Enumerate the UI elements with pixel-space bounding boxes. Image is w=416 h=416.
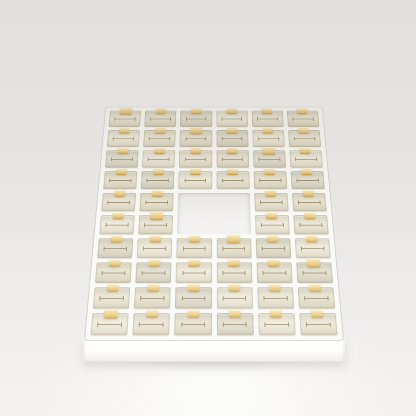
ring-groove [293,117,314,120]
ring-slot-pad [257,287,294,308]
ring-groove [185,137,206,140]
empty-slot [177,193,250,234]
ring-slot-pad [299,313,337,335]
ring-groove [107,201,130,205]
ring-groove [147,179,169,183]
ring-slot-pad [103,171,137,189]
ring-slot-pad [216,130,248,147]
ring-groove [146,201,168,205]
gold-clip [187,310,199,318]
ring-slot-pad [138,215,173,234]
gold-clip [229,310,241,318]
ring-groove [262,271,286,275]
gold-clip [188,284,200,292]
ring-slot-pad [180,111,212,127]
ring-groove [304,296,328,300]
gold-clip [303,190,314,197]
ring-slot-pad [107,130,140,147]
ring-slot-pad [296,262,333,283]
gold-clip [227,108,237,114]
gold-clip [190,148,200,154]
ring-slot-pad [99,215,135,234]
ring-groove [102,271,126,275]
gold-clip [268,259,280,267]
display-tray [85,107,343,340]
ring-slot-pad [253,171,287,189]
ring-slot-pad [256,262,292,283]
ring-groove [185,158,207,162]
ring-groove [297,179,319,183]
ring-slot-pad [254,193,288,211]
ring-slot-pad [95,262,132,283]
ring-slot-pad [216,111,248,127]
gold-clip [264,168,275,175]
gold-clip [228,259,239,267]
ring-groove [104,247,127,251]
gold-clip [227,148,237,154]
ring-groove [262,247,285,251]
ring-groove [184,179,206,183]
gold-clip [309,284,321,292]
ring-groove [114,117,135,120]
ring-slot-pad [298,287,336,308]
gold-clip [116,168,127,175]
ring-groove [306,323,331,328]
ring-groove [222,247,245,251]
ring-slot-pad [216,262,252,283]
ring-groove [149,137,170,140]
gold-clip [227,168,238,175]
gold-clip [148,259,160,267]
ring-groove [257,117,278,120]
ring-slot-pad [93,287,131,308]
gold-clip [146,310,158,318]
gold-clip [266,212,277,219]
ring-slot-pad [179,171,212,189]
ring-groove [263,296,287,300]
ring-slot-pad [291,171,325,189]
ring-groove [298,201,321,205]
gold-clip [150,211,163,220]
ring-groove [109,179,131,183]
ring-groove [182,296,206,300]
gold-clip [152,190,163,197]
ring-groove [150,117,171,120]
gold-clip [299,127,310,133]
ring-slot-pad [293,215,329,234]
ring-groove [183,247,206,251]
ring-groove [222,271,246,275]
gold-clip [267,235,278,242]
ring-slot-pad [143,130,176,147]
backdrop [0,0,416,416]
gold-clip [304,212,315,219]
ring-slot-pad [287,111,320,127]
gold-clip [227,234,240,243]
tray-base-front [83,338,345,362]
gold-clip [228,284,240,292]
ring-slot-pad [251,111,283,127]
gold-clip [114,190,125,197]
gold-clip [117,148,128,154]
ring-slot-pad [137,238,173,258]
ring-groove [113,137,134,140]
gold-clip [153,168,164,175]
ring-groove [261,223,284,227]
ring-groove [97,323,122,328]
ring-slot-pad [216,313,253,335]
gold-clip [119,107,131,114]
gold-clip [306,235,318,242]
ring-groove [303,271,327,275]
ring-groove [264,323,289,328]
gold-clip [108,259,120,267]
ring-slot-pad [252,130,285,147]
gold-clip [147,284,159,292]
gold-clip [110,235,122,242]
gold-clip [112,212,123,219]
ring-groove [295,158,317,162]
gold-clip [227,127,237,133]
ring-slot-pad [109,111,142,127]
ring-groove [143,247,166,251]
ring-groove [294,137,315,140]
gold-clip [311,310,323,318]
gold-clip [190,127,202,135]
ring-slot-pad [255,238,291,258]
tray-grid [90,111,337,336]
ring-slot-pad [180,130,212,147]
ring-slot-pad [258,313,296,335]
gold-clip [106,284,118,292]
gold-clip [155,127,166,133]
ring-slot-pad [177,238,212,258]
ring-groove [258,158,280,162]
ring-slot-pad [216,238,251,258]
ring-slot-pad [144,111,176,127]
ring-groove [111,158,133,162]
ring-slot-pad [288,130,321,147]
gold-clip [119,127,130,133]
gold-clip [265,190,276,197]
ring-groove [182,271,206,275]
ring-slot-pad [216,287,252,308]
gold-clip [263,127,274,133]
ring-slot-pad [101,193,136,211]
gold-clip [300,148,311,154]
ring-slot-pad [292,193,327,211]
gold-clip [149,235,160,242]
ring-slot-pad [295,238,331,258]
ring-groove [139,323,164,328]
gold-clip [307,258,321,267]
ring-slot-pad [142,150,175,167]
ring-slot-pad [97,238,133,258]
gold-clip [301,168,312,175]
gold-clip [154,148,165,154]
ring-slot-pad [90,313,128,335]
ring-slot-pad [105,150,139,167]
ring-slot-pad [253,150,286,167]
ring-groove [142,271,166,275]
gold-clip [103,309,117,319]
ring-slot-pad [141,171,175,189]
ring-groove [221,117,242,120]
ring-groove [299,223,322,227]
ring-slot-pad [176,262,212,283]
ring-slot-pad [179,150,212,167]
ring-slot-pad [289,150,323,167]
ring-groove [222,179,244,183]
ring-slot-pad [134,287,171,308]
gold-clip [156,108,166,114]
ring-slot-pad [216,171,249,189]
ring-groove [181,323,205,328]
gold-clip [263,147,275,155]
ring-groove [100,296,124,300]
ring-groove [144,223,167,227]
gold-clip [188,259,199,267]
ring-groove [258,137,279,140]
ring-slot-pad [140,193,174,211]
ring-groove [260,201,282,205]
ring-groove [106,223,129,227]
ring-groove [222,296,246,300]
ring-slot-pad [135,262,171,283]
ring-groove [141,296,165,300]
ring-slot-pad [216,150,249,167]
gold-clip [190,168,201,175]
ring-groove [222,158,244,162]
ring-groove [223,323,247,328]
ring-slot-pad [132,313,170,335]
ring-groove [259,179,281,183]
ring-slot-pad [255,215,290,234]
gold-clip [262,108,272,114]
ring-groove [301,247,324,251]
ring-groove [186,117,207,120]
gold-clip [297,108,308,114]
ring-slot-pad [175,287,211,308]
ring-groove [222,137,243,140]
gold-clip [189,235,200,242]
gold-clip [269,284,281,292]
ring-slot-pad [174,313,211,335]
gold-clip [191,108,201,114]
ring-groove [148,158,170,162]
gold-clip [270,310,282,318]
